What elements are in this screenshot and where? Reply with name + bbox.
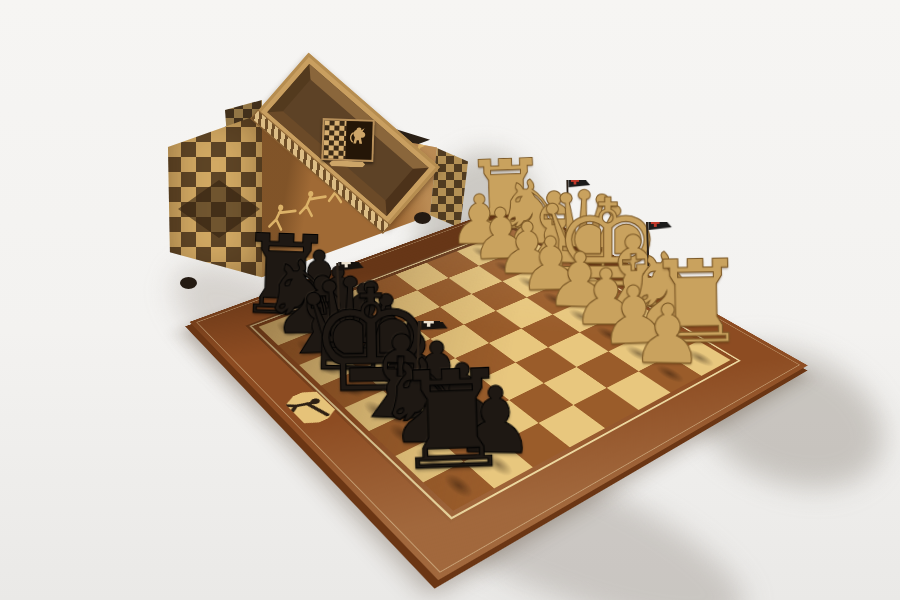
black-rook-glyph: ♜	[378, 350, 527, 490]
flag-cross-icon	[424, 316, 435, 327]
chessboard: ♜♞♝♛♚♝♞♜♟♟♟♟♟♟♟♟♟♟♟♟♟♟♟♟♜♞♝♛♚♝♞♜	[189, 202, 807, 580]
square-h2[interactable]: ♟	[639, 356, 702, 393]
photo-stage: ♜♞♝♛♚♝♞♜♟♟♟♟♟♟♟♟♟♟♟♟♟♟♟♟♜♞♝♛♚♝♞♜	[0, 0, 900, 600]
playfield: ♜♞♝♛♚♝♞♜♟♟♟♟♟♟♟♟♟♟♟♟♟♟♟♟♜♞♝♛♚♝♞♜	[259, 230, 731, 511]
flag-cross-icon	[651, 218, 660, 227]
board-scene: ♜♞♝♛♚♝♞♜♟♟♟♟♟♟♟♟♟♟♟♟♟♟♟♟♜♞♝♛♚♝♞♜	[0, 0, 900, 600]
piece-black-rook[interactable]: ♜	[378, 350, 527, 490]
piece-white-pawn[interactable]: ♟	[604, 293, 731, 377]
white-pawn-glyph: ♟	[604, 293, 731, 377]
square-h8[interactable]: ♜	[423, 462, 494, 511]
